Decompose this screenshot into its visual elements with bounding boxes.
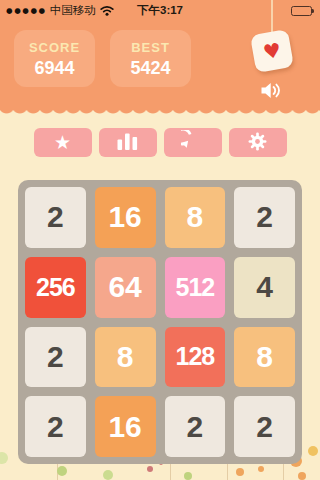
tile-r1c4: 2 [234, 187, 295, 248]
score-box: SCORE 6944 [14, 30, 95, 87]
tile-r2c1: 256 [25, 257, 86, 318]
decor-dot [236, 468, 244, 476]
scalloped-edge [0, 108, 320, 115]
board[interactable]: 2168225664512428128821622 [18, 180, 302, 464]
star-icon: ★ [54, 133, 71, 153]
tile-r2c2: 64 [95, 257, 156, 318]
app-screen: ●●●●● 中国移动 下午3:17 SCORE 6944 BEST 5424 [0, 0, 320, 480]
heart-icon: ♥ [261, 40, 282, 63]
tile-r3c1: 2 [25, 327, 86, 388]
bar-chart-icon [117, 133, 138, 153]
tile-r1c1: 2 [25, 187, 86, 248]
undo-icon [181, 130, 204, 156]
decor-dot [308, 446, 318, 456]
tile-r1c2: 16 [95, 187, 156, 248]
speaker-icon [260, 88, 282, 103]
toolbar: ★ [0, 128, 320, 157]
best-label: BEST [110, 40, 191, 55]
tile-r4c3: 2 [165, 396, 226, 457]
decor-dot [258, 466, 264, 472]
favorites-button[interactable]: ★ [34, 128, 92, 157]
decor-dot [184, 472, 192, 480]
best-box: BEST 5424 [110, 30, 191, 87]
score-label: SCORE [14, 40, 95, 55]
decor-dot [0, 452, 8, 464]
decor-dot [57, 466, 67, 476]
decor-dot [147, 466, 153, 472]
stats-button[interactable] [99, 128, 157, 157]
tile-r4c4: 2 [234, 396, 295, 457]
tile-r3c3: 128 [165, 327, 226, 388]
gear-icon [247, 131, 268, 155]
tile-r4c2: 16 [95, 396, 156, 457]
tile-r2c4: 4 [234, 257, 295, 318]
score-value: 6944 [14, 58, 95, 79]
heart-card-button[interactable]: ♥ [250, 29, 294, 73]
tile-r1c3: 8 [165, 187, 226, 248]
undo-button[interactable] [164, 128, 222, 157]
tile-r4c1: 2 [25, 396, 86, 457]
settings-button[interactable] [229, 128, 287, 157]
tile-r2c3: 512 [165, 257, 226, 318]
battery-icon [291, 6, 312, 17]
tile-r3c4: 8 [234, 327, 295, 388]
best-value: 5424 [110, 58, 191, 79]
tile-r3c2: 8 [95, 327, 156, 388]
sound-toggle-button[interactable] [256, 81, 286, 103]
decor-dot [103, 470, 113, 480]
decor-dot [298, 472, 306, 480]
